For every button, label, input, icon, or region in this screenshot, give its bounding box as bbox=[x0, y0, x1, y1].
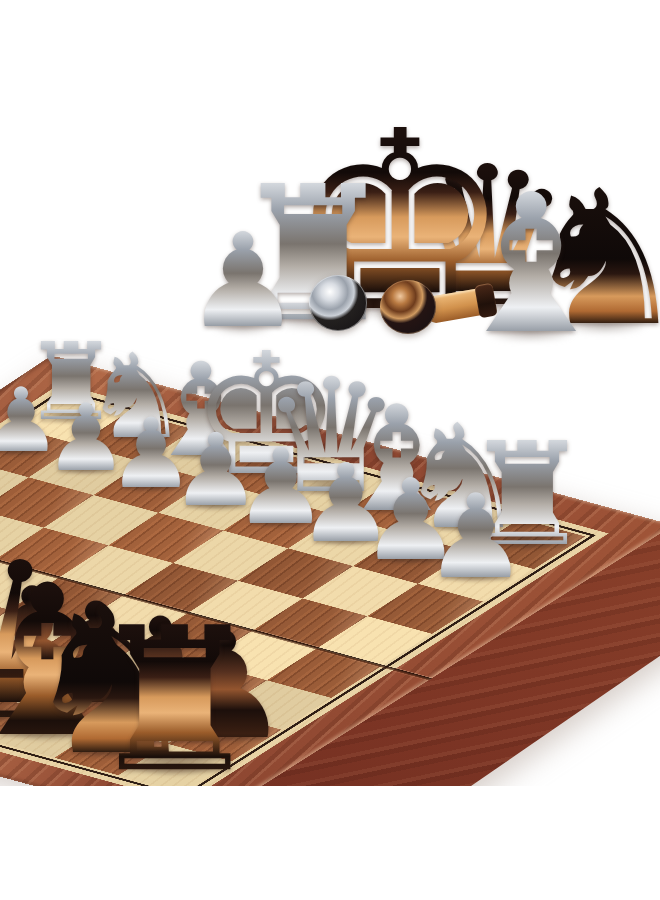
piece-black-rook-a8[interactable]: ♜ bbox=[86, 602, 264, 800]
photo-crop-white-band bbox=[0, 786, 660, 900]
chess-set-product-photo: ♜♞♝♛♟♟♟♟♟♟♟♟♟♟♟♟♟♜♞♝♛♚♝♞♜ ♟♜♚♛♝♞ bbox=[0, 0, 660, 900]
display-fallen-bronze[interactable] bbox=[380, 280, 436, 334]
display-bishop-silver[interactable]: ♝ bbox=[445, 169, 617, 361]
piece-white-pawn-a2[interactable]: ♟ bbox=[424, 479, 528, 595]
